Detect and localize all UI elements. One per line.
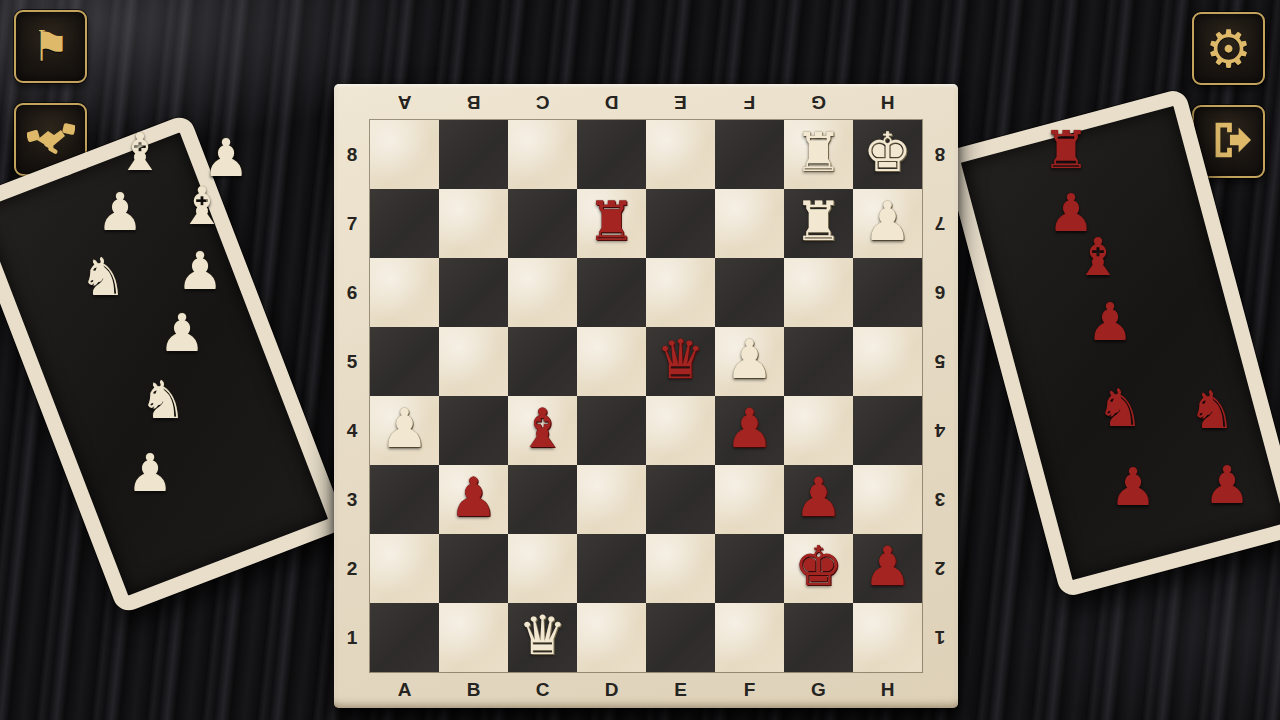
handshake-icon — [27, 114, 75, 166]
coord-label-4: 4 — [334, 396, 370, 465]
coord-label-E: E — [646, 84, 715, 120]
coord-label-B: B — [439, 84, 508, 120]
exit-icon — [1206, 117, 1252, 167]
captured-red-pawn: ♟ — [1087, 296, 1134, 348]
captured-white-pawn: ♟ — [177, 245, 224, 297]
flag-icon: ⚑ — [32, 26, 70, 68]
square-h2[interactable]: ♟ — [853, 534, 922, 603]
square-d2[interactable] — [577, 534, 646, 603]
coord-label-1: 1 — [334, 603, 370, 672]
piece-white-pawn-h7[interactable]: ♟ — [863, 194, 911, 248]
coord-label-C: C — [508, 672, 577, 708]
board-grid: ♜♚♜♜♟♛♟♟♝♟♟♟♚♟♛ — [370, 120, 922, 672]
coord-label-D: D — [577, 84, 646, 120]
coord-label-3: 3 — [922, 465, 958, 534]
coord-label-5: 5 — [334, 327, 370, 396]
square-a3[interactable] — [370, 465, 439, 534]
square-f3[interactable] — [715, 465, 784, 534]
coord-label-8: 8 — [334, 120, 370, 189]
square-h7[interactable]: ♟ — [853, 189, 922, 258]
square-c4[interactable]: ♝ — [508, 396, 577, 465]
square-f2[interactable] — [715, 534, 784, 603]
square-e6[interactable] — [646, 258, 715, 327]
rank-labels-right: 87654321 — [922, 120, 958, 672]
coord-label-7: 7 — [334, 189, 370, 258]
square-g5[interactable] — [784, 327, 853, 396]
square-e3[interactable] — [646, 465, 715, 534]
coord-label-E: E — [646, 672, 715, 708]
coord-label-6: 6 — [334, 258, 370, 327]
coord-label-H: H — [853, 84, 922, 120]
piece-red-bishop-c4[interactable]: ♝ — [518, 401, 566, 455]
square-h6[interactable] — [853, 258, 922, 327]
piece-red-rook-d7[interactable]: ♜ — [587, 194, 635, 248]
piece-red-pawn-h2[interactable]: ♟ — [863, 539, 911, 593]
piece-white-pawn-f5[interactable]: ♟ — [725, 332, 773, 386]
square-g8[interactable]: ♜ — [784, 120, 853, 189]
coord-label-H: H — [853, 672, 922, 708]
square-c1[interactable]: ♛ — [508, 603, 577, 672]
square-c3[interactable] — [508, 465, 577, 534]
piece-red-pawn-g3[interactable]: ♟ — [794, 470, 842, 524]
piece-red-queen-e5[interactable]: ♛ — [656, 332, 704, 386]
coord-label-F: F — [715, 672, 784, 708]
square-d8[interactable] — [577, 120, 646, 189]
captured-red-rook: ♜ — [1043, 124, 1090, 176]
coord-label-1: 1 — [922, 603, 958, 672]
settings-button[interactable]: ⚙ — [1192, 12, 1265, 85]
captured-white-knight: ♞ — [80, 251, 127, 303]
coord-label-4: 4 — [922, 396, 958, 465]
coord-label-2: 2 — [334, 534, 370, 603]
coord-label-F: F — [715, 84, 784, 120]
square-d1[interactable] — [577, 603, 646, 672]
square-c8[interactable] — [508, 120, 577, 189]
square-h1[interactable] — [853, 603, 922, 672]
file-labels-top: ABCDEFGH — [370, 84, 922, 120]
square-b7[interactable] — [439, 189, 508, 258]
coord-label-7: 7 — [922, 189, 958, 258]
square-e2[interactable] — [646, 534, 715, 603]
captured-red-knight: ♞ — [1189, 384, 1236, 436]
piece-white-pawn-a4[interactable]: ♟ — [380, 401, 428, 455]
square-b1[interactable] — [439, 603, 508, 672]
square-g3[interactable]: ♟ — [784, 465, 853, 534]
coord-label-C: C — [508, 84, 577, 120]
square-e5[interactable]: ♛ — [646, 327, 715, 396]
square-g1[interactable] — [784, 603, 853, 672]
coord-label-A: A — [370, 84, 439, 120]
square-a7[interactable] — [370, 189, 439, 258]
resign-flag-button[interactable]: ⚑ — [14, 10, 87, 83]
square-c6[interactable] — [508, 258, 577, 327]
square-b2[interactable] — [439, 534, 508, 603]
captured-white-pawn: ♟ — [127, 447, 174, 499]
square-d3[interactable] — [577, 465, 646, 534]
square-g2[interactable]: ♚ — [784, 534, 853, 603]
captured-red-pawn: ♟ — [1204, 459, 1251, 511]
coord-label-3: 3 — [334, 465, 370, 534]
coord-label-5: 5 — [922, 327, 958, 396]
captured-white-pawn: ♟ — [97, 186, 144, 238]
square-b4[interactable] — [439, 396, 508, 465]
square-b6[interactable] — [439, 258, 508, 327]
square-c7[interactable] — [508, 189, 577, 258]
square-d4[interactable] — [577, 396, 646, 465]
captured-red-knight: ♞ — [1097, 382, 1144, 434]
captured-white-bishop: ♝ — [179, 180, 226, 232]
square-a2[interactable] — [370, 534, 439, 603]
square-a4[interactable]: ♟ — [370, 396, 439, 465]
square-a6[interactable] — [370, 258, 439, 327]
coord-label-2: 2 — [922, 534, 958, 603]
square-e1[interactable] — [646, 603, 715, 672]
square-a1[interactable] — [370, 603, 439, 672]
chess-board: ABCDEFGH ABCDEFGH 87654321 87654321 ♜♚♜♜… — [334, 84, 958, 708]
square-e4[interactable] — [646, 396, 715, 465]
piece-red-king-g2[interactable]: ♚ — [794, 539, 842, 593]
coord-label-G: G — [784, 84, 853, 120]
square-f4[interactable]: ♟ — [715, 396, 784, 465]
square-h8[interactable]: ♚ — [853, 120, 922, 189]
piece-red-pawn-b3[interactable]: ♟ — [449, 470, 497, 524]
square-f5[interactable]: ♟ — [715, 327, 784, 396]
captured-red-pawn: ♟ — [1110, 461, 1157, 513]
square-g7[interactable]: ♜ — [784, 189, 853, 258]
square-a5[interactable] — [370, 327, 439, 396]
square-f7[interactable] — [715, 189, 784, 258]
gear-icon: ⚙ — [1205, 23, 1252, 75]
captured-white-knight: ♞ — [140, 374, 187, 426]
square-g4[interactable] — [784, 396, 853, 465]
piece-white-queen-c1[interactable]: ♛ — [518, 608, 566, 662]
square-e8[interactable] — [646, 120, 715, 189]
coord-label-A: A — [370, 672, 439, 708]
captured-white-tray — [0, 113, 347, 615]
file-labels-bottom: ABCDEFGH — [370, 672, 922, 708]
square-b3[interactable]: ♟ — [439, 465, 508, 534]
square-c5[interactable] — [508, 327, 577, 396]
square-f8[interactable] — [715, 120, 784, 189]
captured-white-bishop: ♝ — [117, 126, 164, 178]
square-c2[interactable] — [508, 534, 577, 603]
square-d6[interactable] — [577, 258, 646, 327]
piece-white-rook-g7[interactable]: ♜ — [794, 194, 842, 248]
piece-red-pawn-f4[interactable]: ♟ — [725, 401, 773, 455]
piece-white-rook-g8[interactable]: ♜ — [794, 125, 842, 179]
square-d5[interactable] — [577, 327, 646, 396]
captured-red-bishop: ♝ — [1075, 231, 1122, 283]
captured-white-pawn: ♟ — [159, 307, 206, 359]
square-f6[interactable] — [715, 258, 784, 327]
square-b5[interactable] — [439, 327, 508, 396]
coord-label-G: G — [784, 672, 853, 708]
coord-label-8: 8 — [922, 120, 958, 189]
coord-label-6: 6 — [922, 258, 958, 327]
square-h4[interactable] — [853, 396, 922, 465]
app-background: { "game": "chess", "app": "3D chess game… — [0, 0, 1280, 720]
square-h5[interactable] — [853, 327, 922, 396]
coord-label-D: D — [577, 672, 646, 708]
square-a8[interactable] — [370, 120, 439, 189]
coord-label-B: B — [439, 672, 508, 708]
square-f1[interactable] — [715, 603, 784, 672]
rank-labels-left: 87654321 — [334, 120, 370, 672]
square-e7[interactable] — [646, 189, 715, 258]
piece-white-king-h8[interactable]: ♚ — [863, 125, 911, 179]
square-d7[interactable]: ♜ — [577, 189, 646, 258]
square-h3[interactable] — [853, 465, 922, 534]
square-g6[interactable] — [784, 258, 853, 327]
square-b8[interactable] — [439, 120, 508, 189]
